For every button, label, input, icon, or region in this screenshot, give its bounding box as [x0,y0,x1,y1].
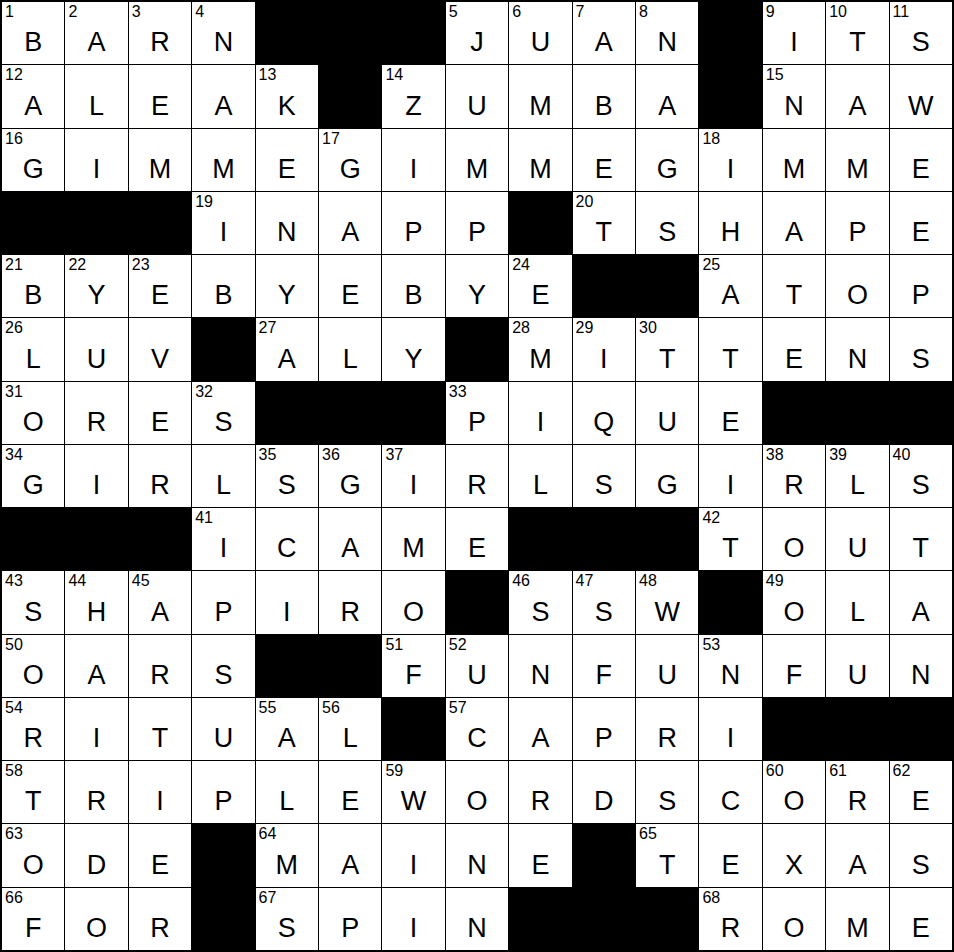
cell-number: 56 [322,699,340,717]
cell-r14c13[interactable]: X [763,824,825,886]
cell-r13c11[interactable]: S [636,761,698,823]
cell-letter: E [319,282,381,309]
cell-r10c14[interactable]: L [826,571,888,633]
cell-letter: K [256,93,318,120]
cell-letter: A [890,599,952,626]
cell-r2c5[interactable]: 13K [256,65,318,127]
cell-letter: L [2,346,64,373]
cell-r14c8[interactable]: N [446,824,508,886]
cell-number: 68 [702,889,720,907]
cell-letter: D [573,788,635,815]
cell-r10c10[interactable]: 47S [573,571,635,633]
block-cell-r9c10 [573,508,635,570]
cell-r12c1[interactable]: 54R [2,698,64,760]
cell-r12c9[interactable]: A [509,698,571,760]
cell-r8c6[interactable]: 36G [319,445,381,507]
cell-letter: L [319,346,381,373]
cell-r13c14[interactable]: 61R [826,761,888,823]
cell-r14c12[interactable]: E [699,824,761,886]
cell-r4c7[interactable]: P [382,192,444,254]
cell-letter: J [446,29,508,56]
cell-r9c7[interactable]: M [382,508,444,570]
cell-r7c12[interactable]: E [699,382,761,444]
cell-r15c7[interactable]: I [382,888,444,950]
cell-r11c3[interactable]: R [129,635,191,697]
cell-r8c2[interactable]: I [65,445,127,507]
cell-r13c2[interactable]: R [65,761,127,823]
cell-r13c4[interactable]: P [192,761,254,823]
cell-r10c2[interactable]: 44H [65,571,127,633]
cell-number: 19 [195,193,213,211]
cell-letter: P [192,599,254,626]
cell-number: 11 [893,3,910,21]
cell-number: 58 [5,762,23,780]
cell-r5c9[interactable]: 24E [509,255,571,317]
cell-letter: R [2,725,64,752]
cell-r6c5[interactable]: 27A [256,318,318,380]
cell-r10c15[interactable]: A [890,571,952,633]
cell-letter: F [573,662,635,689]
cell-letter: A [509,725,571,752]
cell-r11c13[interactable]: F [763,635,825,697]
cell-r8c10[interactable]: S [573,445,635,507]
cell-letter: N [509,662,571,689]
cell-r6c3[interactable]: V [129,318,191,380]
cell-letter: S [192,662,254,689]
cell-letter: W [382,788,444,815]
cell-r5c2[interactable]: 22Y [65,255,127,317]
cell-r12c6[interactable]: 56L [319,698,381,760]
cell-r3c14[interactable]: M [826,129,888,191]
block-cell-r9c9 [509,508,571,570]
cell-r4c8[interactable]: P [446,192,508,254]
cell-r4c10[interactable]: 20T [573,192,635,254]
cell-r2c13[interactable]: 15N [763,65,825,127]
cell-r8c5[interactable]: 35S [256,445,318,507]
cell-r5c5[interactable]: Y [256,255,318,317]
cell-letter: N [763,93,825,120]
cell-r3c10[interactable]: E [573,129,635,191]
cell-r13c5[interactable]: L [256,761,318,823]
cell-number: 6 [512,3,521,21]
cell-r2c9[interactable]: M [509,65,571,127]
cell-r2c8[interactable]: U [446,65,508,127]
cell-r7c10[interactable]: Q [573,382,635,444]
cell-r15c12[interactable]: 68R [699,888,761,950]
cell-r2c4[interactable]: A [192,65,254,127]
cell-r13c9[interactable]: R [509,761,571,823]
cell-letter: N [636,29,698,56]
cell-r2c15[interactable]: W [890,65,952,127]
cell-r7c8[interactable]: 33P [446,382,508,444]
cell-number: 30 [639,319,657,337]
cell-r14c2[interactable]: D [65,824,127,886]
cell-r14c3[interactable]: E [129,824,191,886]
cell-r2c14[interactable]: A [826,65,888,127]
cell-r6c13[interactable]: E [763,318,825,380]
cell-r15c5[interactable]: 67S [256,888,318,950]
cell-letter: A [65,662,127,689]
cell-letter: U [446,93,508,120]
cell-r14c15[interactable]: S [890,824,952,886]
cell-letter: M [509,156,571,183]
cell-letter: P [826,219,888,246]
cell-r8c15[interactable]: 40S [890,445,952,507]
cell-letter: U [65,346,127,373]
cell-letter: I [65,156,127,183]
cell-letter: I [382,472,444,499]
cell-r8c8[interactable]: R [446,445,508,507]
cell-r6c6[interactable]: L [319,318,381,380]
cell-letter: D [65,852,127,879]
cell-letter: M [256,852,318,879]
block-cell-r12c13 [763,698,825,760]
cell-letter: A [636,93,698,120]
cell-letter: I [65,472,127,499]
cell-letter: N [826,346,888,373]
cell-r10c5[interactable]: I [256,571,318,633]
cell-r2c7[interactable]: 14Z [382,65,444,127]
cell-r12c10[interactable]: P [573,698,635,760]
cell-r6c9[interactable]: 28M [509,318,571,380]
cell-r15c1[interactable]: 66F [2,888,64,950]
block-cell-r14c10 [573,824,635,886]
cell-number: 22 [68,256,86,274]
cell-r11c1[interactable]: 50O [2,635,64,697]
cell-r8c9[interactable]: L [509,445,571,507]
cell-r15c13[interactable]: O [763,888,825,950]
cell-letter: G [636,472,698,499]
cell-r2c3[interactable]: E [129,65,191,127]
cell-r6c10[interactable]: 29I [573,318,635,380]
cell-r2c10[interactable]: B [573,65,635,127]
cell-r15c2[interactable]: O [65,888,127,950]
cell-letter: A [256,346,318,373]
cell-r13c13[interactable]: 60O [763,761,825,823]
cell-r4c13[interactable]: A [763,192,825,254]
cell-r5c14[interactable]: O [826,255,888,317]
cell-r7c3[interactable]: E [129,382,191,444]
cell-r9c12[interactable]: 42T [699,508,761,570]
block-cell-r9c3 [129,508,191,570]
cell-r1c13[interactable]: 9I [763,2,825,64]
cell-r1c10[interactable]: 7A [573,2,635,64]
cell-r5c1[interactable]: 21B [2,255,64,317]
cell-letter: O [826,282,888,309]
cell-r6c14[interactable]: N [826,318,888,380]
cell-r8c11[interactable]: G [636,445,698,507]
cell-r2c1[interactable]: 12A [2,65,64,127]
cell-letter: P [573,725,635,752]
block-cell-r10c8 [446,571,508,633]
cell-r12c3[interactable]: T [129,698,191,760]
cell-r5c4[interactable]: B [192,255,254,317]
cell-letter: O [763,599,825,626]
cell-r3c8[interactable]: M [446,129,508,191]
cell-number: 47 [576,572,594,590]
cell-r5c3[interactable]: 23E [129,255,191,317]
cell-letter: A [319,852,381,879]
cell-r9c14[interactable]: U [826,508,888,570]
cell-r13c15[interactable]: 62E [890,761,952,823]
cell-letter: L [256,788,318,815]
cell-r3c9[interactable]: M [509,129,571,191]
cell-r9c5[interactable]: C [256,508,318,570]
cell-r5c12[interactable]: 25A [699,255,761,317]
cell-number: 51 [385,636,403,654]
cell-r6c11[interactable]: 30T [636,318,698,380]
cell-r3c13[interactable]: M [763,129,825,191]
cell-r15c3[interactable]: R [129,888,191,950]
cell-r7c1[interactable]: 31O [2,382,64,444]
cell-number: 21 [5,256,23,274]
cell-r12c2[interactable]: I [65,698,127,760]
cell-number: 12 [5,66,23,84]
cell-r8c12[interactable]: I [699,445,761,507]
cell-letter: R [129,29,191,56]
cell-r11c9[interactable]: N [509,635,571,697]
cell-r5c13[interactable]: T [763,255,825,317]
cell-r13c1[interactable]: 58T [2,761,64,823]
block-cell-r2c12 [699,65,761,127]
cell-r1c1[interactable]: 1B [2,2,64,64]
cell-r10c11[interactable]: 48W [636,571,698,633]
cell-r3c3[interactable]: M [129,129,191,191]
cell-r14c5[interactable]: 64M [256,824,318,886]
cell-r8c7[interactable]: 37I [382,445,444,507]
cell-r14c14[interactable]: A [826,824,888,886]
cell-letter: F [2,915,64,942]
cell-number: 13 [259,66,277,84]
cell-letter: T [573,219,635,246]
cell-letter: M [826,915,888,942]
cell-r6c7[interactable]: Y [382,318,444,380]
cell-letter: I [763,29,825,56]
block-cell-r9c1 [2,508,64,570]
cell-r6c1[interactable]: 26L [2,318,64,380]
cell-r3c2[interactable]: I [65,129,127,191]
cell-r1c4[interactable]: 4N [192,2,254,64]
cell-letter: T [129,725,191,752]
cell-number: 42 [702,509,720,527]
cell-letter: S [573,599,635,626]
cell-letter: S [890,346,952,373]
cell-r6c15[interactable]: S [890,318,952,380]
cell-r9c4[interactable]: 41I [192,508,254,570]
cell-r11c8[interactable]: 52U [446,635,508,697]
cell-number: 63 [5,825,23,843]
cell-letter: S [256,915,318,942]
cell-r11c15[interactable]: N [890,635,952,697]
cell-r1c14[interactable]: 10T [826,2,888,64]
cell-letter: B [382,282,444,309]
cell-number: 49 [766,572,784,590]
cell-r3c5[interactable]: E [256,129,318,191]
cell-r1c15[interactable]: 11S [890,2,952,64]
cell-r7c11[interactable]: U [636,382,698,444]
cell-number: 1 [5,3,14,21]
cell-r8c13[interactable]: 38R [763,445,825,507]
cell-letter: A [826,852,888,879]
cell-r3c11[interactable]: G [636,129,698,191]
cell-r8c14[interactable]: 39L [826,445,888,507]
cell-letter: E [699,409,761,436]
cell-letter: N [446,915,508,942]
cell-r2c2[interactable]: L [65,65,127,127]
cell-number: 5 [449,3,458,21]
cell-r2c11[interactable]: A [636,65,698,127]
cell-r9c13[interactable]: O [763,508,825,570]
cell-r6c12[interactable]: T [699,318,761,380]
cell-r10c6[interactable]: R [319,571,381,633]
cell-r1c2[interactable]: 2A [65,2,127,64]
cell-letter: E [509,282,571,309]
cell-number: 44 [68,572,86,590]
cell-r1c3[interactable]: 3R [129,2,191,64]
cell-letter: A [573,29,635,56]
cell-r3c6[interactable]: 17G [319,129,381,191]
cell-letter: A [192,93,254,120]
cell-r13c3[interactable]: I [129,761,191,823]
cell-r11c10[interactable]: F [573,635,635,697]
cell-r11c12[interactable]: 53N [699,635,761,697]
cell-letter: N [890,662,952,689]
cell-letter: R [65,788,127,815]
cell-r4c12[interactable]: H [699,192,761,254]
cell-letter: L [826,599,888,626]
cell-r4c5[interactable]: N [256,192,318,254]
cell-r11c2[interactable]: A [65,635,127,697]
cell-number: 45 [132,572,150,590]
cell-r1c11[interactable]: 8N [636,2,698,64]
cell-letter: T [826,29,888,56]
cell-letter: P [446,219,508,246]
block-cell-r10c12 [699,571,761,633]
cell-r8c1[interactable]: 34G [2,445,64,507]
cell-r13c10[interactable]: D [573,761,635,823]
cell-letter: A [319,535,381,562]
cell-r10c9[interactable]: 46S [509,571,571,633]
cell-r4c14[interactable]: P [826,192,888,254]
cell-r12c8[interactable]: 57C [446,698,508,760]
cell-letter: O [65,915,127,942]
cell-r3c12[interactable]: 18I [699,129,761,191]
cell-r3c15[interactable]: E [890,129,952,191]
cell-r5c15[interactable]: P [890,255,952,317]
cell-r15c15[interactable]: E [890,888,952,950]
cell-r1c9[interactable]: 6U [509,2,571,64]
cell-r8c4[interactable]: L [192,445,254,507]
cell-r15c8[interactable]: N [446,888,508,950]
cell-number: 39 [829,446,847,464]
cell-r12c5[interactable]: 55A [256,698,318,760]
cell-letter: P [192,788,254,815]
cell-r14c11[interactable]: 65T [636,824,698,886]
cell-letter: A [129,599,191,626]
cell-letter: L [319,725,381,752]
cell-r12c12[interactable]: I [699,698,761,760]
cell-letter: E [256,156,318,183]
cell-letter: S [636,219,698,246]
cell-letter: O [763,535,825,562]
cell-r10c4[interactable]: P [192,571,254,633]
cell-r12c4[interactable]: U [192,698,254,760]
cell-r13c6[interactable]: E [319,761,381,823]
cell-r3c1[interactable]: 16G [2,129,64,191]
cell-r4c4[interactable]: 19I [192,192,254,254]
cell-r9c15[interactable]: T [890,508,952,570]
cell-letter: R [826,788,888,815]
cell-r14c7[interactable]: I [382,824,444,886]
cell-r1c8[interactable]: 5J [446,2,508,64]
cell-r11c14[interactable]: U [826,635,888,697]
cell-letter: L [509,472,571,499]
cell-r14c6[interactable]: A [319,824,381,886]
cell-letter: C [699,788,761,815]
cell-r7c2[interactable]: R [65,382,127,444]
cell-r13c8[interactable]: O [446,761,508,823]
cell-number: 66 [5,889,23,907]
cell-r8c3[interactable]: R [129,445,191,507]
cell-r13c7[interactable]: 59W [382,761,444,823]
block-cell-r12c14 [826,698,888,760]
cell-r13c12[interactable]: C [699,761,761,823]
cell-letter: E [446,535,508,562]
cell-r5c7[interactable]: B [382,255,444,317]
cell-number: 14 [385,66,403,84]
cell-letter: Y [382,346,444,373]
cell-number: 9 [766,3,775,21]
cell-r9c6[interactable]: A [319,508,381,570]
cell-letter: R [319,599,381,626]
cell-r3c4[interactable]: M [192,129,254,191]
block-cell-r4c9 [509,192,571,254]
cell-number: 55 [259,699,277,717]
cell-r10c1[interactable]: 43S [2,571,64,633]
cell-r14c1[interactable]: 63O [2,824,64,886]
cell-r7c4[interactable]: 32S [192,382,254,444]
cell-r4c11[interactable]: S [636,192,698,254]
cell-r7c9[interactable]: I [509,382,571,444]
block-cell-r14c4 [192,824,254,886]
cell-r15c14[interactable]: M [826,888,888,950]
cell-r6c2[interactable]: U [65,318,127,380]
cell-r3c7[interactable]: I [382,129,444,191]
cell-r11c11[interactable]: U [636,635,698,697]
cell-number: 24 [512,256,530,274]
cell-letter: R [129,472,191,499]
cell-r11c7[interactable]: 51F [382,635,444,697]
cell-r10c13[interactable]: 49O [763,571,825,633]
cell-letter: I [382,156,444,183]
cell-letter: O [2,409,64,436]
cell-r4c6[interactable]: A [319,192,381,254]
cell-r15c6[interactable]: P [319,888,381,950]
cell-r10c7[interactable]: O [382,571,444,633]
cell-letter: G [2,156,64,183]
cell-r14c9[interactable]: E [509,824,571,886]
cell-r12c11[interactable]: R [636,698,698,760]
cell-r4c15[interactable]: E [890,192,952,254]
cell-letter: U [509,29,571,56]
cell-r5c8[interactable]: Y [446,255,508,317]
cell-r10c3[interactable]: 45A [129,571,191,633]
cell-r9c8[interactable]: E [446,508,508,570]
cell-r11c4[interactable]: S [192,635,254,697]
cell-number: 28 [512,319,530,337]
cell-letter: T [636,852,698,879]
cell-r5c6[interactable]: E [319,255,381,317]
